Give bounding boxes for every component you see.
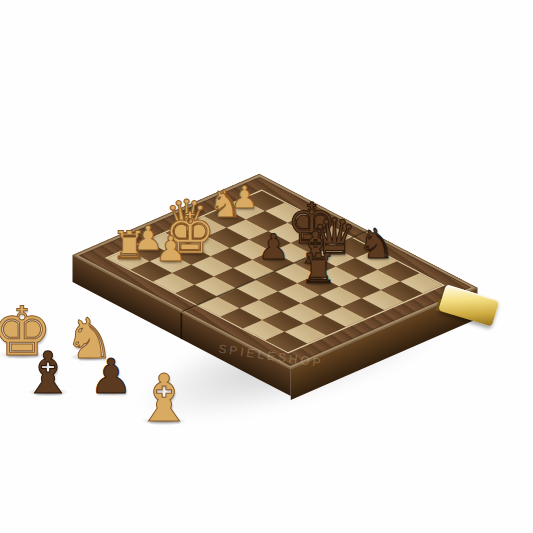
chess-set-photo: SPIELESHOP ♜♟♛♞♟♟♚♟♚♝♛♜♞♚♝♞♟♝ [0, 0, 533, 533]
pieces-layer: ♜♟♛♞♟♟♚♟♚♝♛♜♞♚♝♞♟♝ [0, 0, 533, 533]
chess-piece-black-pawn[interactable]: ♟ [89, 352, 132, 400]
chess-piece-white-bishop[interactable]: ♝ [134, 366, 193, 432]
chess-piece-white-pawn[interactable]: ♟ [155, 232, 186, 267]
chess-piece-black-pawn[interactable]: ♟ [258, 231, 289, 266]
chess-piece-black-rook[interactable]: ♜ [300, 249, 337, 290]
chess-piece-white-rook[interactable]: ♜ [111, 225, 146, 264]
chess-piece-black-knight[interactable]: ♞ [358, 224, 395, 265]
chess-piece-black-bishop[interactable]: ♝ [22, 344, 74, 402]
